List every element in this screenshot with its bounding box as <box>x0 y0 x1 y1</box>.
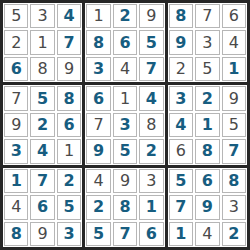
box-2-1: 758926341 <box>3 85 82 164</box>
cell-r3c7-given[interactable]: 2 <box>169 57 193 81</box>
cell-r1c2-given[interactable]: 3 <box>30 4 54 28</box>
cell-r7c7-solved[interactable]: 5 <box>169 169 193 193</box>
cell-r6c9-solved[interactable]: 7 <box>222 139 246 163</box>
box-3-2: 493281576 <box>85 168 164 247</box>
cell-r8c8-solved[interactable]: 9 <box>195 195 219 219</box>
cell-r6c1-solved[interactable]: 3 <box>4 139 28 163</box>
cell-r6c4-solved[interactable]: 9 <box>86 139 110 163</box>
cell-r2c7-solved[interactable]: 9 <box>169 30 193 54</box>
cell-r3c1-solved[interactable]: 6 <box>4 57 28 81</box>
cell-r8c2-solved[interactable]: 6 <box>30 195 54 219</box>
cell-r8c1-given[interactable]: 4 <box>4 195 28 219</box>
cell-r9c4-solved[interactable]: 5 <box>86 222 110 246</box>
box-2-3: 329415687 <box>168 85 247 164</box>
cell-r4c9-given[interactable]: 9 <box>222 86 246 110</box>
cell-r1c9-given[interactable]: 6 <box>222 4 246 28</box>
cell-r2c6-solved[interactable]: 5 <box>139 30 163 54</box>
cell-r1c6-given[interactable]: 9 <box>139 4 163 28</box>
cell-r5c7-solved[interactable]: 4 <box>169 113 193 137</box>
cell-r8c6-solved[interactable]: 1 <box>139 195 163 219</box>
cell-r4c7-solved[interactable]: 3 <box>169 86 193 110</box>
box-3-1: 172465893 <box>3 168 82 247</box>
box-1-1: 534217689 <box>3 3 82 82</box>
cell-r3c9-solved[interactable]: 1 <box>222 57 246 81</box>
cell-r3c6-solved[interactable]: 7 <box>139 57 163 81</box>
cell-r5c6-given[interactable]: 8 <box>139 113 163 137</box>
box-1-2: 129865347 <box>85 3 164 82</box>
cell-r6c5-solved[interactable]: 5 <box>113 139 137 163</box>
cell-r7c5-given[interactable]: 9 <box>113 169 137 193</box>
cell-r2c4-solved[interactable]: 8 <box>86 30 110 54</box>
cell-r4c2-solved[interactable]: 5 <box>30 86 54 110</box>
cell-r6c6-solved[interactable]: 2 <box>139 139 163 163</box>
cell-r9c1-solved[interactable]: 8 <box>4 222 28 246</box>
cell-r6c3-given[interactable]: 1 <box>57 139 81 163</box>
cell-r5c5-solved[interactable]: 3 <box>113 113 137 137</box>
cell-r6c2-solved[interactable]: 4 <box>30 139 54 163</box>
cell-r3c3-given[interactable]: 9 <box>57 57 81 81</box>
cell-r3c4-solved[interactable]: 3 <box>86 57 110 81</box>
cell-r9c8-given[interactable]: 4 <box>195 222 219 246</box>
cell-r7c9-solved[interactable]: 8 <box>222 169 246 193</box>
cell-r9c7-solved[interactable]: 1 <box>169 222 193 246</box>
cell-r3c8-given[interactable]: 5 <box>195 57 219 81</box>
cell-r8c7-solved[interactable]: 7 <box>169 195 193 219</box>
cell-r9c6-solved[interactable]: 6 <box>139 222 163 246</box>
cell-r9c5-solved[interactable]: 7 <box>113 222 137 246</box>
sudoku-board: 5342176891298653478769342517589263416147… <box>0 0 250 250</box>
cell-r7c4-given[interactable]: 4 <box>86 169 110 193</box>
cell-r4c3-solved[interactable]: 8 <box>57 86 81 110</box>
cell-r2c2-given[interactable]: 1 <box>30 30 54 54</box>
cell-r1c3-solved[interactable]: 4 <box>57 4 81 28</box>
box-2-2: 614738952 <box>85 85 164 164</box>
cell-r5c9-given[interactable]: 5 <box>222 113 246 137</box>
cell-r2c8-given[interactable]: 3 <box>195 30 219 54</box>
cell-r7c1-solved[interactable]: 1 <box>4 169 28 193</box>
box-3-3: 568793142 <box>168 168 247 247</box>
cell-r2c1-given[interactable]: 2 <box>4 30 28 54</box>
cell-r9c9-solved[interactable]: 2 <box>222 222 246 246</box>
cell-r9c2-given[interactable]: 9 <box>30 222 54 246</box>
cell-r4c6-solved[interactable]: 4 <box>139 86 163 110</box>
cell-r1c5-solved[interactable]: 2 <box>113 4 137 28</box>
cell-r7c8-solved[interactable]: 6 <box>195 169 219 193</box>
cell-r3c2-given[interactable]: 8 <box>30 57 54 81</box>
cell-r1c8-given[interactable]: 7 <box>195 4 219 28</box>
cell-r8c4-solved[interactable]: 2 <box>86 195 110 219</box>
cell-r8c3-solved[interactable]: 5 <box>57 195 81 219</box>
cell-r5c2-solved[interactable]: 2 <box>30 113 54 137</box>
cell-r4c4-solved[interactable]: 6 <box>86 86 110 110</box>
cell-r2c9-given[interactable]: 4 <box>222 30 246 54</box>
cell-r1c1-given[interactable]: 5 <box>4 4 28 28</box>
cell-r6c8-solved[interactable]: 8 <box>195 139 219 163</box>
cell-r3c5-given[interactable]: 4 <box>113 57 137 81</box>
cell-r7c2-solved[interactable]: 7 <box>30 169 54 193</box>
cell-r7c3-solved[interactable]: 2 <box>57 169 81 193</box>
cell-r1c7-solved[interactable]: 8 <box>169 4 193 28</box>
cell-r4c1-given[interactable]: 7 <box>4 86 28 110</box>
cell-r8c5-solved[interactable]: 8 <box>113 195 137 219</box>
cell-r5c8-solved[interactable]: 1 <box>195 113 219 137</box>
cell-r9c3-solved[interactable]: 3 <box>57 222 81 246</box>
cell-r5c3-solved[interactable]: 6 <box>57 113 81 137</box>
cell-r5c1-given[interactable]: 9 <box>4 113 28 137</box>
cell-r1c4-given[interactable]: 1 <box>86 4 110 28</box>
cell-r8c9-given[interactable]: 3 <box>222 195 246 219</box>
box-1-3: 876934251 <box>168 3 247 82</box>
cell-r2c3-solved[interactable]: 7 <box>57 30 81 54</box>
cell-r6c7-given[interactable]: 6 <box>169 139 193 163</box>
cell-r4c8-solved[interactable]: 2 <box>195 86 219 110</box>
cell-r2c5-solved[interactable]: 6 <box>113 30 137 54</box>
cell-r4c5-given[interactable]: 1 <box>113 86 137 110</box>
cell-r7c6-given[interactable]: 3 <box>139 169 163 193</box>
cell-r5c4-given[interactable]: 7 <box>86 113 110 137</box>
